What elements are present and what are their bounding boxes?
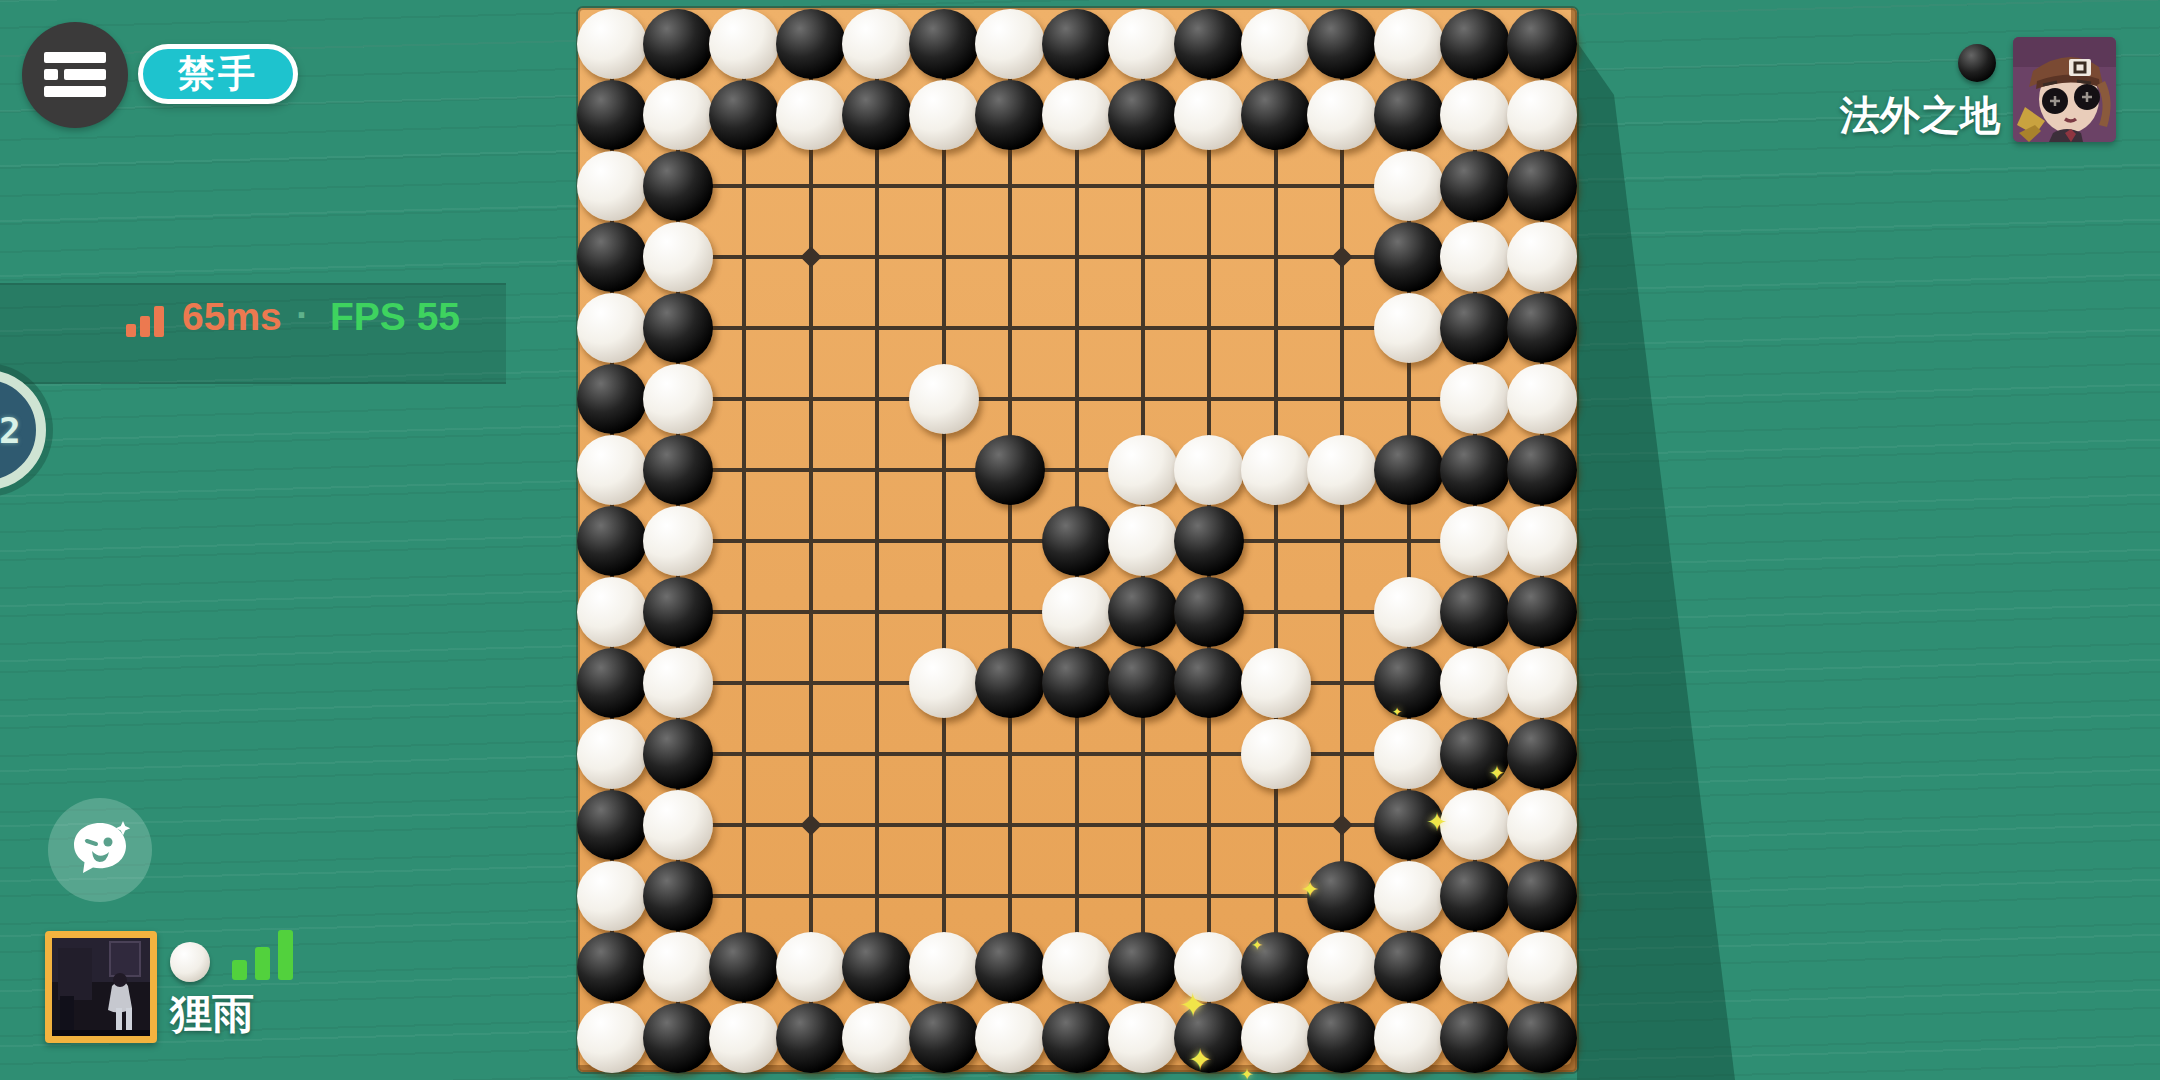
- white-stone: [1042, 80, 1112, 150]
- white-stone: [577, 861, 647, 931]
- grid-line-v: [1274, 42, 1278, 1040]
- black-stone: [1507, 151, 1577, 221]
- white-player-avatar-art: [52, 938, 150, 1036]
- black-player-name: 法外之地: [1840, 88, 2000, 143]
- black-player-avatar[interactable]: [2013, 37, 2116, 142]
- black-stone: [577, 790, 647, 860]
- black-stone: [1507, 9, 1577, 79]
- black-stone: [643, 435, 713, 505]
- white-stone: [1108, 1003, 1178, 1073]
- white-stone: [1307, 932, 1377, 1002]
- black-stone: [643, 1003, 713, 1073]
- move-sparkle-icon: ✦: [1251, 938, 1263, 952]
- black-stone: [1440, 435, 1510, 505]
- white-stone: [709, 1003, 779, 1073]
- white-player-name: 狸雨: [170, 986, 254, 1042]
- white-stone: [1174, 435, 1244, 505]
- white-stone: [1440, 932, 1510, 1002]
- fps-value: FPS 55: [330, 295, 460, 339]
- menu-button[interactable]: [22, 22, 128, 128]
- move-sparkle-icon: ✦: [1179, 988, 1208, 1022]
- white-stone: [1440, 648, 1510, 718]
- white-stone: [577, 9, 647, 79]
- move-sparkle-icon: ✦: [1426, 809, 1448, 835]
- black-stone: [643, 9, 713, 79]
- white-stone: [1507, 80, 1577, 150]
- white-stone: [1440, 364, 1510, 434]
- move-sparkle-icon: ✦: [1240, 1067, 1253, 1080]
- black-stone: [842, 932, 912, 1002]
- black-stone: [1507, 577, 1577, 647]
- black-stone: [842, 80, 912, 150]
- black-stone: [1374, 648, 1444, 718]
- black-stone: [1507, 435, 1577, 505]
- black-player-avatar-art: [2013, 37, 2116, 142]
- star-point: [800, 814, 821, 835]
- black-stone: [1374, 80, 1444, 150]
- white-stone: [577, 435, 647, 505]
- separator-dot: ·: [296, 293, 309, 337]
- white-stone: [1307, 435, 1377, 505]
- black-stone: [1108, 932, 1178, 1002]
- white-stone: [1374, 151, 1444, 221]
- white-stone: [577, 577, 647, 647]
- black-stone: [1042, 1003, 1112, 1073]
- star-point: [800, 246, 821, 267]
- chat-emote-button[interactable]: [48, 798, 152, 902]
- white-player-avatar[interactable]: [45, 931, 157, 1043]
- black-stone: [1042, 506, 1112, 576]
- white-stone: [1507, 648, 1577, 718]
- black-stone: [577, 506, 647, 576]
- black-stone: [1108, 648, 1178, 718]
- black-stone: [1374, 932, 1444, 1002]
- black-stone: [776, 1003, 846, 1073]
- black-stone: [1507, 719, 1577, 789]
- black-stone: [577, 932, 647, 1002]
- black-stone: [1108, 80, 1178, 150]
- white-stone: [1507, 506, 1577, 576]
- black-stone: [1174, 9, 1244, 79]
- white-stone: [1241, 648, 1311, 718]
- game-screen: 65ms · FPS 55 22 ✦✦✦✦✦✦✦✦ 禁手: [0, 0, 2160, 1080]
- white-stone: [1507, 364, 1577, 434]
- black-stone: [643, 151, 713, 221]
- black-stone: [643, 861, 713, 931]
- white-stone: [643, 790, 713, 860]
- black-stone: [909, 1003, 979, 1073]
- black-stone: [577, 364, 647, 434]
- black-stone: [577, 222, 647, 292]
- white-stone: [1374, 1003, 1444, 1073]
- black-stone: [1374, 222, 1444, 292]
- white-stone: [1507, 790, 1577, 860]
- ping-signal-icon: [126, 305, 172, 337]
- black-stone: [577, 648, 647, 718]
- move-sparkle-icon: ✦: [1301, 879, 1319, 901]
- black-stone: [643, 719, 713, 789]
- black-stone: [577, 80, 647, 150]
- white-stone: [643, 222, 713, 292]
- white-stone: [577, 293, 647, 363]
- white-stone: [909, 932, 979, 1002]
- white-stone: [1108, 506, 1178, 576]
- white-stone: [643, 648, 713, 718]
- white-stone: [1241, 1003, 1311, 1073]
- white-stone: [1374, 9, 1444, 79]
- black-stone: [709, 80, 779, 150]
- black-stone: [1440, 151, 1510, 221]
- white-stone: [776, 932, 846, 1002]
- white-stone: [1440, 222, 1510, 292]
- white-stone: [842, 9, 912, 79]
- move-sparkle-icon: ✦: [1489, 763, 1506, 783]
- white-stone: [1374, 861, 1444, 931]
- black-stone: [1440, 577, 1510, 647]
- white-stone: [1174, 80, 1244, 150]
- white-stone-icon: [170, 942, 210, 982]
- white-stone: [1307, 80, 1377, 150]
- black-stone: [975, 932, 1045, 1002]
- white-stone: [1108, 9, 1178, 79]
- white-stone: [1042, 932, 1112, 1002]
- white-stone: [1507, 932, 1577, 1002]
- black-stone: [1307, 9, 1377, 79]
- black-stone: [1241, 80, 1311, 150]
- black-stone: [1440, 1003, 1510, 1073]
- forbidden-move-badge[interactable]: 禁手: [138, 44, 298, 104]
- white-stone: [1241, 435, 1311, 505]
- white-stone: [709, 9, 779, 79]
- black-stone-icon: [1958, 44, 1996, 82]
- black-stone: [975, 648, 1045, 718]
- white-stone: [1374, 577, 1444, 647]
- white-stone: [1241, 719, 1311, 789]
- black-stone: [1174, 648, 1244, 718]
- white-stone: [975, 1003, 1045, 1073]
- black-stone: [1108, 577, 1178, 647]
- move-sparkle-icon: ✦: [1392, 706, 1402, 718]
- white-stone: [1440, 80, 1510, 150]
- move-timer: 22: [0, 370, 46, 490]
- white-stone: [1374, 719, 1444, 789]
- white-stone: [776, 80, 846, 150]
- chat-bubble-wink-icon: [63, 813, 137, 887]
- white-stone: [909, 648, 979, 718]
- white-stone: [577, 151, 647, 221]
- white-stone: [1042, 577, 1112, 647]
- star-point: [1332, 814, 1353, 835]
- gomoku-board[interactable]: ✦✦✦✦✦✦✦✦: [578, 8, 1577, 1072]
- black-stone: [1440, 861, 1510, 931]
- black-stone: [776, 9, 846, 79]
- white-stone: [1374, 293, 1444, 363]
- black-stone: [1042, 648, 1112, 718]
- black-stone: [1440, 293, 1510, 363]
- white-stone: [643, 506, 713, 576]
- timer-value: 22: [0, 410, 23, 451]
- black-stone: [975, 435, 1045, 505]
- white-stone: [975, 9, 1045, 79]
- black-stone: [975, 80, 1045, 150]
- black-stone: [909, 9, 979, 79]
- white-stone: [577, 719, 647, 789]
- white-stone: [909, 364, 979, 434]
- hamburger-menu-icon: [44, 52, 106, 98]
- black-stone: [643, 293, 713, 363]
- white-stone: [643, 364, 713, 434]
- black-stone: [709, 932, 779, 1002]
- white-stone: [577, 1003, 647, 1073]
- black-stone: [1174, 506, 1244, 576]
- white-stone: [643, 80, 713, 150]
- black-stone: [1440, 9, 1510, 79]
- white-stone: [1241, 9, 1311, 79]
- ping-value: 65ms: [182, 295, 282, 339]
- black-stone: [1307, 1003, 1377, 1073]
- white-stone: [643, 932, 713, 1002]
- black-stone: [1507, 861, 1577, 931]
- black-stone: [643, 577, 713, 647]
- connection-bars-icon: [232, 930, 294, 980]
- black-stone: [1507, 1003, 1577, 1073]
- white-stone: [842, 1003, 912, 1073]
- white-stone: [909, 80, 979, 150]
- star-point: [1332, 246, 1353, 267]
- black-stone: [1174, 577, 1244, 647]
- black-stone: [1042, 9, 1112, 79]
- black-stone: [1374, 435, 1444, 505]
- move-sparkle-icon: ✦: [1187, 1045, 1212, 1075]
- white-stone: [1108, 435, 1178, 505]
- white-stone: [1440, 790, 1510, 860]
- black-stone: [1507, 293, 1577, 363]
- white-stone: [1507, 222, 1577, 292]
- white-stone: [1440, 506, 1510, 576]
